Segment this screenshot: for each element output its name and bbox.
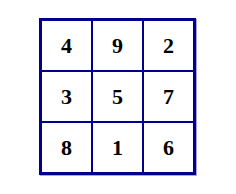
cell-r1c2: 9 [93,21,142,70]
magic-square-board: 4 9 2 3 5 7 8 1 6 [39,18,196,175]
cell-r3c3: 6 [144,123,193,172]
cell-r1c3: 2 [144,21,193,70]
magic-square-diagram: 4 9 2 3 5 7 8 1 6 [39,18,196,175]
cell-r2c3: 7 [144,72,193,121]
cell-r3c1: 8 [42,123,91,172]
cell-r2c2: 5 [93,72,142,121]
cell-r1c1: 4 [42,21,91,70]
cell-r3c2: 1 [93,123,142,172]
cell-r2c1: 3 [42,72,91,121]
